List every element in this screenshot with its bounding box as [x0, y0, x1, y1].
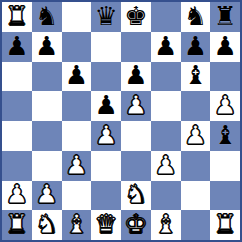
- square-h5[interactable]: ♟: [210, 91, 240, 121]
- square-g4[interactable]: ♟: [181, 121, 211, 151]
- square-a4[interactable]: [2, 121, 32, 151]
- square-e7[interactable]: [121, 32, 151, 62]
- white-queen-icon: ♛: [94, 211, 117, 237]
- square-d5[interactable]: ♟: [91, 91, 121, 121]
- white-rook-icon: ♜: [213, 211, 236, 237]
- square-c2[interactable]: [62, 181, 92, 211]
- square-e8[interactable]: ♚: [121, 2, 151, 32]
- black-knight-icon: ♞: [184, 3, 207, 29]
- black-pawn-icon: ♟: [184, 33, 207, 59]
- white-pawn-icon: ♟: [35, 181, 58, 207]
- square-d1[interactable]: ♛: [91, 210, 121, 240]
- square-a7[interactable]: ♟: [2, 32, 32, 62]
- black-pawn-icon: ♟: [124, 62, 147, 88]
- square-c5[interactable]: [62, 91, 92, 121]
- square-c6[interactable]: ♟: [62, 62, 92, 92]
- square-b8[interactable]: ♞: [32, 2, 62, 32]
- square-f7[interactable]: ♟: [151, 32, 181, 62]
- square-b7[interactable]: ♟: [32, 32, 62, 62]
- black-pawn-icon: ♟: [5, 33, 28, 59]
- white-pawn-icon: ♟: [213, 92, 236, 118]
- square-b1[interactable]: ♞: [32, 210, 62, 240]
- square-e5[interactable]: ♟: [121, 91, 151, 121]
- square-d3[interactable]: [91, 151, 121, 181]
- square-c3[interactable]: ♟: [62, 151, 92, 181]
- white-bishop-icon: ♝: [154, 211, 177, 237]
- black-rook-icon: ♜: [213, 3, 236, 29]
- white-rook-icon: ♜: [5, 211, 28, 237]
- square-c4[interactable]: [62, 121, 92, 151]
- square-g8[interactable]: ♞: [181, 2, 211, 32]
- square-a5[interactable]: [2, 91, 32, 121]
- square-h4[interactable]: ♝: [210, 121, 240, 151]
- square-h6[interactable]: [210, 62, 240, 92]
- black-king-icon: ♚: [124, 3, 147, 29]
- square-e2[interactable]: ♞: [121, 181, 151, 211]
- square-a2[interactable]: ♟: [2, 181, 32, 211]
- square-h1[interactable]: ♜: [210, 210, 240, 240]
- white-pawn-icon: ♟: [184, 122, 207, 148]
- square-b3[interactable]: [32, 151, 62, 181]
- square-g1[interactable]: [181, 210, 211, 240]
- square-d4[interactable]: ♟: [91, 121, 121, 151]
- white-king-icon: ♚: [124, 211, 147, 237]
- square-c1[interactable]: ♝: [62, 210, 92, 240]
- square-b5[interactable]: [32, 91, 62, 121]
- square-g6[interactable]: ♝: [181, 62, 211, 92]
- square-f4[interactable]: [151, 121, 181, 151]
- square-a3[interactable]: [2, 151, 32, 181]
- square-d6[interactable]: [91, 62, 121, 92]
- square-e1[interactable]: ♚: [121, 210, 151, 240]
- black-pawn-icon: ♟: [213, 33, 236, 59]
- black-pawn-icon: ♟: [35, 33, 58, 59]
- black-bishop-icon: ♝: [213, 122, 236, 148]
- square-f3[interactable]: ♟: [151, 151, 181, 181]
- chess-board: ♜♞♛♚♞♜♟♟♟♟♟♟♟♝♟♟♟♟♟♝♟♟♟♟♞♜♞♝♛♚♝♜: [0, 0, 242, 242]
- black-pawn-icon: ♟: [154, 33, 177, 59]
- square-g5[interactable]: [181, 91, 211, 121]
- square-d2[interactable]: [91, 181, 121, 211]
- square-f8[interactable]: [151, 2, 181, 32]
- black-queen-icon: ♛: [94, 3, 117, 29]
- square-e6[interactable]: ♟: [121, 62, 151, 92]
- square-b4[interactable]: [32, 121, 62, 151]
- white-knight-icon: ♞: [124, 181, 147, 207]
- square-d7[interactable]: [91, 32, 121, 62]
- square-h3[interactable]: [210, 151, 240, 181]
- white-rook-icon: ♜: [5, 3, 28, 29]
- white-pawn-icon: ♟: [124, 92, 147, 118]
- square-f5[interactable]: [151, 91, 181, 121]
- square-a8[interactable]: ♜: [2, 2, 32, 32]
- square-g2[interactable]: [181, 181, 211, 211]
- black-knight-icon: ♞: [35, 3, 58, 29]
- square-e4[interactable]: [121, 121, 151, 151]
- square-a6[interactable]: [2, 62, 32, 92]
- square-c8[interactable]: [62, 2, 92, 32]
- square-h8[interactable]: ♜: [210, 2, 240, 32]
- square-a1[interactable]: ♜: [2, 210, 32, 240]
- square-f1[interactable]: ♝: [151, 210, 181, 240]
- square-b6[interactable]: [32, 62, 62, 92]
- white-bishop-icon: ♝: [65, 211, 88, 237]
- square-d8[interactable]: ♛: [91, 2, 121, 32]
- square-e3[interactable]: [121, 151, 151, 181]
- black-pawn-icon: ♟: [94, 92, 117, 118]
- white-pawn-icon: ♟: [94, 122, 117, 148]
- square-b2[interactable]: ♟: [32, 181, 62, 211]
- square-g7[interactable]: ♟: [181, 32, 211, 62]
- black-pawn-icon: ♟: [65, 62, 88, 88]
- square-c7[interactable]: [62, 32, 92, 62]
- square-h7[interactable]: ♟: [210, 32, 240, 62]
- square-h2[interactable]: [210, 181, 240, 211]
- black-bishop-icon: ♝: [184, 62, 207, 88]
- square-f6[interactable]: [151, 62, 181, 92]
- white-pawn-icon: ♟: [5, 181, 28, 207]
- square-f2[interactable]: [151, 181, 181, 211]
- square-g3[interactable]: [181, 151, 211, 181]
- white-pawn-icon: ♟: [65, 152, 88, 178]
- white-pawn-icon: ♟: [154, 152, 177, 178]
- white-knight-icon: ♞: [35, 211, 58, 237]
